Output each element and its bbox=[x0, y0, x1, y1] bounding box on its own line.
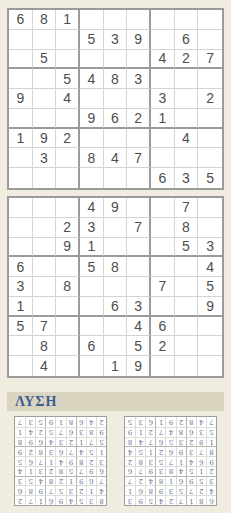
cell-r6c5: 6 bbox=[165, 446, 175, 456]
cell-r1c6: 4 bbox=[155, 495, 165, 505]
cell-r9c1 bbox=[9, 168, 33, 188]
cell-r7c1: 1 bbox=[206, 437, 216, 447]
cell-r4c7 bbox=[151, 69, 175, 89]
cell-r3c8: 2 bbox=[135, 476, 145, 486]
cell-r5c8 bbox=[175, 277, 199, 297]
cell-r3c8: 2 bbox=[175, 50, 199, 70]
cell-r3c9: 3 bbox=[198, 238, 222, 258]
cell-r1c1: 6 bbox=[206, 495, 216, 505]
cell-r2c9: 1 bbox=[125, 485, 135, 495]
cell-r6c8: 2 bbox=[25, 446, 35, 456]
cell-r3c8: 5 bbox=[175, 238, 199, 258]
cell-r1c3: 5 bbox=[76, 495, 86, 505]
cell-r6c1: 1 bbox=[9, 297, 33, 317]
cell-r9c9: 5 bbox=[198, 168, 222, 188]
cell-r7c4 bbox=[80, 129, 104, 149]
cell-r8c4: 8 bbox=[80, 148, 104, 168]
cell-r2c7: 9 bbox=[35, 485, 45, 495]
cell-r9c2: 4 bbox=[33, 356, 57, 376]
cell-r5c8 bbox=[175, 89, 199, 109]
cell-r4c4: 5 bbox=[66, 466, 76, 476]
cell-r9c7: 6 bbox=[151, 168, 175, 188]
cell-r1c5: 9 bbox=[55, 495, 65, 505]
solution-grid-left-puzzle-2: 8354961724123579867691284536975823143289… bbox=[14, 416, 107, 506]
cell-r3c9: 7 bbox=[198, 50, 222, 70]
cell-r5c1: 9 bbox=[9, 89, 33, 109]
cell-r7c4: 3 bbox=[176, 437, 186, 447]
cell-r9c1: 7 bbox=[206, 417, 216, 427]
cell-r3c6: 8 bbox=[45, 476, 55, 486]
cell-r7c9 bbox=[198, 317, 222, 337]
cell-r1c1 bbox=[9, 198, 33, 218]
cell-r9c2: 4 bbox=[196, 417, 206, 427]
cell-r5c6 bbox=[127, 89, 151, 109]
cell-r9c9: 5 bbox=[125, 417, 135, 427]
cell-r3c5 bbox=[104, 238, 128, 258]
cell-r3c2: 5 bbox=[33, 50, 57, 70]
cell-r4c4: 4 bbox=[176, 466, 186, 476]
cell-r9c6: 9 bbox=[45, 417, 55, 427]
cell-r6c9: 4 bbox=[125, 446, 135, 456]
cell-r9c5: 1 bbox=[55, 417, 65, 427]
sudoku-puzzle-2-grid: 4972378915365843875163957468652419 bbox=[7, 196, 224, 378]
cell-r5c1: 3 bbox=[96, 456, 106, 466]
cell-r2c6: 9 bbox=[155, 485, 165, 495]
cell-r4c3: 5 bbox=[56, 69, 80, 89]
cell-r9c7: 5 bbox=[35, 417, 45, 427]
cell-r9c7 bbox=[151, 356, 175, 376]
cell-r8c1: 9 bbox=[96, 427, 106, 437]
cell-r9c2 bbox=[33, 168, 57, 188]
cell-r1c4 bbox=[80, 10, 104, 30]
cell-r8c4: 8 bbox=[176, 427, 186, 437]
cell-r6c5: 6 bbox=[104, 109, 128, 129]
cell-r2c2 bbox=[33, 30, 57, 50]
cell-r6c6: 2 bbox=[155, 446, 165, 456]
cell-r3c3 bbox=[56, 50, 80, 70]
solution-heading: ΛΥΣΗ bbox=[15, 394, 57, 410]
cell-r9c4 bbox=[80, 356, 104, 376]
cell-r3c4: 1 bbox=[66, 476, 76, 486]
cell-r6c8: 5 bbox=[135, 446, 145, 456]
cell-r8c7 bbox=[151, 148, 175, 168]
cell-r8c5 bbox=[104, 336, 128, 356]
cell-r9c1 bbox=[9, 356, 33, 376]
cell-r8c1: 5 bbox=[206, 427, 216, 437]
cell-r5c3: 4 bbox=[186, 456, 196, 466]
cell-r9c8: 3 bbox=[25, 417, 35, 427]
cell-r3c2: 5 bbox=[196, 476, 206, 486]
cell-r3c2: 6 bbox=[86, 476, 96, 486]
cell-r5c2 bbox=[33, 89, 57, 109]
cell-r1c9 bbox=[198, 198, 222, 218]
cell-r5c4: 9 bbox=[66, 456, 76, 466]
cell-r6c4: 9 bbox=[80, 109, 104, 129]
cell-r8c9 bbox=[198, 336, 222, 356]
cell-r5c4: 1 bbox=[176, 456, 186, 466]
cell-r4c9 bbox=[198, 69, 222, 89]
cell-r7c2: 9 bbox=[196, 437, 206, 447]
cell-r7c6: 4 bbox=[45, 437, 55, 447]
cell-r8c1 bbox=[9, 148, 33, 168]
cell-r1c9: 2 bbox=[15, 495, 25, 505]
cell-r7c1: 5 bbox=[9, 317, 33, 337]
cell-r5c2: 6 bbox=[196, 456, 206, 466]
cell-r2c1: 4 bbox=[206, 485, 216, 495]
cell-r6c7 bbox=[151, 297, 175, 317]
cell-r4c7: 9 bbox=[145, 466, 155, 476]
cell-r2c8: 6 bbox=[135, 485, 145, 495]
cell-r5c4 bbox=[80, 277, 104, 297]
cell-r4c6: 3 bbox=[127, 69, 151, 89]
cell-r6c1: 8 bbox=[206, 446, 216, 456]
cell-r3c7: 4 bbox=[35, 476, 45, 486]
cell-r6c4: 7 bbox=[66, 446, 76, 456]
cell-r9c8 bbox=[175, 356, 199, 376]
cell-r8c9 bbox=[198, 148, 222, 168]
cell-r5c9: 2 bbox=[125, 456, 135, 466]
cell-r6c6: 3 bbox=[45, 446, 55, 456]
cell-r7c4: 2 bbox=[66, 437, 76, 447]
cell-r8c2: 8 bbox=[86, 427, 96, 437]
cell-r9c3: 8 bbox=[186, 417, 196, 427]
cell-r7c7: 6 bbox=[35, 437, 45, 447]
cell-r5c5: 7 bbox=[165, 456, 175, 466]
cell-r9c8: 3 bbox=[175, 168, 199, 188]
cell-r7c3: 1 bbox=[76, 437, 86, 447]
cell-r1c5: 2 bbox=[165, 495, 175, 505]
cell-r2c3 bbox=[56, 30, 80, 50]
cell-r1c8: 9 bbox=[135, 495, 145, 505]
cell-r5c9: 5 bbox=[198, 277, 222, 297]
cell-r5c3: 4 bbox=[56, 89, 80, 109]
cell-r1c2: 8 bbox=[33, 10, 57, 30]
cell-r8c6: 5 bbox=[127, 336, 151, 356]
cell-r7c8: 9 bbox=[25, 437, 35, 447]
cell-r4c8: 7 bbox=[135, 466, 145, 476]
cell-r1c1: 6 bbox=[9, 10, 33, 30]
cell-r4c7 bbox=[151, 257, 175, 277]
cell-r8c8 bbox=[175, 336, 199, 356]
cell-r7c5 bbox=[104, 317, 128, 337]
puzzle-page: 6815396542754839432962119243847635 49723… bbox=[0, 0, 231, 513]
cell-r4c6: 2 bbox=[45, 466, 55, 476]
solution-grid-right-puzzle-1: 6817245934275398613596184272154839769641… bbox=[124, 416, 217, 506]
cell-r3c4: 1 bbox=[80, 238, 104, 258]
cell-r4c1 bbox=[9, 69, 33, 89]
cell-r4c4: 4 bbox=[80, 69, 104, 89]
cell-r5c2 bbox=[33, 277, 57, 297]
cell-r3c7 bbox=[151, 238, 175, 258]
cell-r3c3: 9 bbox=[186, 476, 196, 486]
cell-r4c2 bbox=[33, 69, 57, 89]
cell-r7c5: 3 bbox=[55, 437, 65, 447]
cell-r1c7 bbox=[151, 198, 175, 218]
cell-r2c4: 5 bbox=[176, 485, 186, 495]
cell-r3c5: 1 bbox=[165, 476, 175, 486]
cell-r7c6: 4 bbox=[127, 317, 151, 337]
cell-r7c2: 7 bbox=[86, 437, 96, 447]
cell-r9c3 bbox=[56, 168, 80, 188]
cell-r4c3 bbox=[56, 257, 80, 277]
cell-r5c9: 2 bbox=[198, 89, 222, 109]
cell-r5c7: 3 bbox=[151, 89, 175, 109]
cell-r6c6: 3 bbox=[127, 297, 151, 317]
cell-r2c7: 8 bbox=[145, 485, 155, 495]
cell-r2c4: 5 bbox=[80, 30, 104, 50]
cell-r1c5: 9 bbox=[104, 198, 128, 218]
cell-r3c1 bbox=[9, 238, 33, 258]
cell-r7c6: 6 bbox=[155, 437, 165, 447]
cell-r8c8: 1 bbox=[135, 427, 145, 437]
cell-r4c3: 5 bbox=[186, 466, 196, 476]
cell-r4c3: 7 bbox=[76, 466, 86, 476]
cell-r9c1: 2 bbox=[96, 417, 106, 427]
cell-r8c4: 6 bbox=[66, 427, 76, 437]
cell-r5c3: 8 bbox=[76, 456, 86, 466]
cell-r8c5: 7 bbox=[55, 427, 65, 437]
cell-r1c4: 4 bbox=[66, 495, 76, 505]
cell-r9c6: 1 bbox=[155, 417, 165, 427]
cell-r6c3 bbox=[56, 297, 80, 317]
cell-r2c5: 3 bbox=[104, 30, 128, 50]
cell-r8c4: 6 bbox=[80, 336, 104, 356]
cell-r8c5: 4 bbox=[104, 148, 128, 168]
cell-r7c5: 5 bbox=[165, 437, 175, 447]
cell-r1c7: 1 bbox=[35, 495, 45, 505]
cell-r8c9: 1 bbox=[15, 427, 25, 437]
cell-r4c4: 5 bbox=[80, 257, 104, 277]
cell-r6c5: 6 bbox=[104, 297, 128, 317]
cell-r5c7: 3 bbox=[145, 456, 155, 466]
cell-r6c4 bbox=[80, 297, 104, 317]
cell-r1c2: 3 bbox=[86, 495, 96, 505]
cell-r5c8: 6 bbox=[25, 456, 35, 466]
cell-r3c1: 7 bbox=[96, 476, 106, 486]
cell-r2c1: 4 bbox=[96, 485, 106, 495]
cell-r7c3: 2 bbox=[56, 129, 80, 149]
cell-r5c6: 5 bbox=[155, 456, 165, 466]
cell-r9c5: 1 bbox=[104, 356, 128, 376]
cell-r5c4 bbox=[80, 89, 104, 109]
cell-r1c7 bbox=[151, 10, 175, 30]
cell-r7c2: 7 bbox=[33, 317, 57, 337]
cell-r8c2: 3 bbox=[196, 427, 206, 437]
cell-r2c7 bbox=[151, 30, 175, 50]
cell-r3c9: 3 bbox=[15, 476, 25, 486]
cell-r7c2: 9 bbox=[33, 129, 57, 149]
cell-r7c7 bbox=[151, 129, 175, 149]
cell-r3c9: 7 bbox=[125, 476, 135, 486]
cell-r4c5: 8 bbox=[104, 257, 128, 277]
cell-r4c7: 3 bbox=[35, 466, 45, 476]
cell-r2c1 bbox=[9, 30, 33, 50]
cell-r6c3: 4 bbox=[76, 446, 86, 456]
cell-r4c5: 8 bbox=[165, 466, 175, 476]
cell-r7c9 bbox=[198, 129, 222, 149]
cell-r6c5: 6 bbox=[55, 446, 65, 456]
cell-r8c3: 3 bbox=[76, 427, 86, 437]
cell-r6c1: 1 bbox=[96, 446, 106, 456]
cell-r4c9: 6 bbox=[125, 466, 135, 476]
cell-r9c5: 9 bbox=[165, 417, 175, 427]
cell-r6c9: 9 bbox=[15, 446, 25, 456]
cell-r6c1 bbox=[9, 109, 33, 129]
cell-r6c7: 8 bbox=[35, 446, 45, 456]
cell-r8c3: 6 bbox=[186, 427, 196, 437]
cell-r5c1: 9 bbox=[206, 456, 216, 466]
cell-r7c7: 6 bbox=[151, 317, 175, 337]
cell-r6c3: 3 bbox=[186, 446, 196, 456]
cell-r3c4 bbox=[80, 50, 104, 70]
cell-r5c7: 7 bbox=[35, 456, 45, 466]
cell-r5c7: 7 bbox=[151, 277, 175, 297]
cell-r1c3: 1 bbox=[186, 495, 196, 505]
cell-r4c8 bbox=[175, 257, 199, 277]
cell-r7c5 bbox=[104, 129, 128, 149]
cell-r3c5 bbox=[104, 50, 128, 70]
cell-r4c6 bbox=[127, 257, 151, 277]
cell-r6c7: 1 bbox=[145, 446, 155, 456]
sudoku-puzzle-1-grid: 6815396542754839432962119243847635 bbox=[7, 8, 224, 190]
cell-r5c5 bbox=[104, 89, 128, 109]
cell-r2c9 bbox=[198, 30, 222, 50]
cell-r2c2 bbox=[33, 218, 57, 238]
cell-r1c4: 4 bbox=[80, 198, 104, 218]
cell-r3c8: 5 bbox=[25, 476, 35, 486]
cell-r9c7: 6 bbox=[145, 417, 155, 427]
cell-r9c2: 4 bbox=[86, 417, 96, 427]
cell-r9c3 bbox=[56, 356, 80, 376]
cell-r2c3: 2 bbox=[56, 218, 80, 238]
cell-r8c3 bbox=[56, 336, 80, 356]
cell-r6c2 bbox=[33, 109, 57, 129]
cell-r2c3: 7 bbox=[186, 485, 196, 495]
cell-r3c1: 3 bbox=[206, 476, 216, 486]
cell-r9c6 bbox=[127, 168, 151, 188]
cell-r9c5 bbox=[104, 168, 128, 188]
cell-r9c8: 3 bbox=[135, 417, 145, 427]
cell-r8c6: 7 bbox=[127, 148, 151, 168]
cell-r5c8: 8 bbox=[135, 456, 145, 466]
cell-r2c1 bbox=[9, 218, 33, 238]
cell-r2c8: 8 bbox=[25, 485, 35, 495]
cell-r1c6 bbox=[127, 198, 151, 218]
cell-r6c4: 9 bbox=[176, 446, 186, 456]
cell-r7c3: 2 bbox=[186, 437, 196, 447]
cell-r2c4: 3 bbox=[80, 218, 104, 238]
cell-r4c8 bbox=[175, 69, 199, 89]
cell-r4c1: 6 bbox=[96, 466, 106, 476]
cell-r4c6: 3 bbox=[155, 466, 165, 476]
cell-r7c1: 5 bbox=[96, 437, 106, 447]
cell-r8c3 bbox=[56, 148, 80, 168]
cell-r7c8: 4 bbox=[175, 129, 199, 149]
cell-r8c7: 2 bbox=[35, 427, 45, 437]
cell-r8c8 bbox=[175, 148, 199, 168]
cell-r9c9: 7 bbox=[15, 417, 25, 427]
cell-r2c5 bbox=[104, 218, 128, 238]
cell-r8c7: 2 bbox=[151, 336, 175, 356]
cell-r6c2: 5 bbox=[86, 446, 96, 456]
cell-r3c6 bbox=[127, 50, 151, 70]
cell-r2c8: 6 bbox=[175, 30, 199, 50]
cell-r1c9 bbox=[198, 10, 222, 30]
cell-r3c3: 9 bbox=[56, 238, 80, 258]
cell-r5c6 bbox=[127, 277, 151, 297]
cell-r2c9 bbox=[198, 218, 222, 238]
cell-r8c1 bbox=[9, 336, 33, 356]
cell-r4c1: 2 bbox=[206, 466, 216, 476]
cell-r3c5: 2 bbox=[55, 476, 65, 486]
cell-r1c8: 7 bbox=[25, 495, 35, 505]
cell-r1c3: 1 bbox=[56, 10, 80, 30]
cell-r2c2: 1 bbox=[86, 485, 96, 495]
cell-r4c1: 6 bbox=[9, 257, 33, 277]
cell-r5c1: 3 bbox=[9, 277, 33, 297]
cell-r7c1: 1 bbox=[9, 129, 33, 149]
cell-r9c4 bbox=[80, 168, 104, 188]
cell-r4c5: 8 bbox=[104, 69, 128, 89]
cell-r8c6: 5 bbox=[45, 427, 55, 437]
cell-r4c9: 4 bbox=[198, 257, 222, 277]
cell-r3c6: 8 bbox=[155, 476, 165, 486]
cell-r2c6: 7 bbox=[127, 218, 151, 238]
cell-r2c9: 6 bbox=[15, 485, 25, 495]
cell-r1c8 bbox=[175, 10, 199, 30]
cell-r8c6: 7 bbox=[155, 427, 165, 437]
cell-r6c9: 9 bbox=[198, 297, 222, 317]
cell-r3c1 bbox=[9, 50, 33, 70]
cell-r7c6 bbox=[127, 129, 151, 149]
cell-r7c8: 4 bbox=[135, 437, 145, 447]
cell-r4c2: 1 bbox=[196, 466, 206, 476]
cell-r7c3 bbox=[56, 317, 80, 337]
cell-r3c2 bbox=[33, 238, 57, 258]
cell-r1c1: 8 bbox=[96, 495, 106, 505]
cell-r1c3 bbox=[56, 198, 80, 218]
cell-r2c6: 7 bbox=[45, 485, 55, 495]
cell-r2c5: 5 bbox=[55, 485, 65, 495]
cell-r5c2: 2 bbox=[86, 456, 96, 466]
cell-r4c9: 4 bbox=[15, 466, 25, 476]
cell-r3c6 bbox=[127, 238, 151, 258]
cell-r3c4: 6 bbox=[176, 476, 186, 486]
cell-r8c8: 4 bbox=[25, 427, 35, 437]
cell-r6c7: 1 bbox=[151, 109, 175, 129]
cell-r9c4: 8 bbox=[66, 417, 76, 427]
cell-r1c7: 5 bbox=[145, 495, 155, 505]
cell-r1c2: 8 bbox=[196, 495, 206, 505]
cell-r1c2 bbox=[33, 198, 57, 218]
cell-r2c3: 2 bbox=[76, 485, 86, 495]
cell-r1c5 bbox=[104, 10, 128, 30]
cell-r1c8: 7 bbox=[175, 198, 199, 218]
cell-r6c6: 2 bbox=[127, 109, 151, 129]
cell-r9c6: 9 bbox=[127, 356, 151, 376]
cell-r8c2: 3 bbox=[33, 148, 57, 168]
cell-r9c4: 2 bbox=[176, 417, 186, 427]
cell-r4c5: 8 bbox=[55, 466, 65, 476]
cell-r3c7: 4 bbox=[145, 476, 155, 486]
cell-r2c5: 3 bbox=[165, 485, 175, 495]
cell-r4c8: 1 bbox=[25, 466, 35, 476]
cell-r9c9 bbox=[198, 356, 222, 376]
cell-r7c7: 7 bbox=[145, 437, 155, 447]
cell-r8c7: 2 bbox=[145, 427, 155, 437]
cell-r7c9: 8 bbox=[15, 437, 25, 447]
solutions-section: 8354961724123579867691284536975823143289… bbox=[7, 416, 224, 506]
